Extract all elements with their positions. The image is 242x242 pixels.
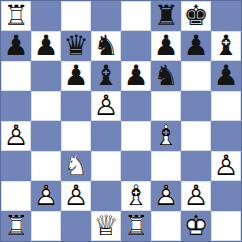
black-pawn[interactable]: ♟ — [211, 61, 241, 91]
black-rook[interactable]: ♜ — [151, 1, 181, 31]
black-pawn[interactable]: ♟ — [1, 31, 31, 61]
square-b8[interactable] — [31, 1, 61, 31]
square-a7[interactable]: ♟ — [1, 31, 31, 61]
square-h5[interactable] — [211, 91, 241, 121]
square-a4[interactable]: ♟♙ — [1, 121, 31, 151]
black-pawn[interactable]: ♟ — [61, 61, 91, 91]
square-f2[interactable]: ♟♙ — [151, 181, 181, 211]
square-d4[interactable] — [91, 121, 121, 151]
square-e8[interactable] — [121, 1, 151, 31]
square-f1[interactable] — [151, 211, 181, 241]
square-c3[interactable]: ♞♘ — [61, 151, 91, 181]
square-b3[interactable] — [31, 151, 61, 181]
square-h2[interactable] — [211, 181, 241, 211]
square-b5[interactable] — [31, 91, 61, 121]
white-king[interactable]: ♚♔ — [181, 211, 211, 241]
square-e2[interactable]: ♝♗ — [121, 181, 151, 211]
square-c2[interactable]: ♟♙ — [61, 181, 91, 211]
square-h7[interactable]: ♝ — [211, 31, 241, 61]
black-pawn[interactable]: ♟ — [151, 31, 181, 61]
square-f3[interactable] — [151, 151, 181, 181]
square-a6[interactable] — [1, 61, 31, 91]
white-rook[interactable]: ♜♖ — [1, 211, 31, 241]
square-c1[interactable] — [61, 211, 91, 241]
square-a1[interactable]: ♜♖ — [1, 211, 31, 241]
square-d3[interactable] — [91, 151, 121, 181]
square-h6[interactable]: ♟ — [211, 61, 241, 91]
square-e4[interactable] — [121, 121, 151, 151]
white-pawn[interactable]: ♟♙ — [211, 151, 241, 181]
square-d8[interactable] — [91, 1, 121, 31]
square-g1[interactable]: ♚♔ — [181, 211, 211, 241]
square-d1[interactable]: ♛♕ — [91, 211, 121, 241]
square-c5[interactable] — [61, 91, 91, 121]
square-d5[interactable]: ♟♙ — [91, 91, 121, 121]
black-knight[interactable]: ♞ — [91, 31, 121, 61]
chess-board: ♜♖♜♚♟♟♛♞♟♟♝♟♝♟♞♟♟♙♟♙♝♗♞♘♟♙♟♙♟♙♝♗♟♙♟♙♜♖♛♕… — [0, 0, 242, 242]
square-a5[interactable] — [1, 91, 31, 121]
square-f4[interactable]: ♝♗ — [151, 121, 181, 151]
white-knight[interactable]: ♞♘ — [61, 151, 91, 181]
black-bishop[interactable]: ♝ — [211, 31, 241, 61]
square-d6[interactable]: ♝ — [91, 61, 121, 91]
square-e1[interactable]: ♜♖ — [121, 211, 151, 241]
square-a2[interactable] — [1, 181, 31, 211]
black-king[interactable]: ♚ — [181, 1, 211, 31]
square-g6[interactable] — [181, 61, 211, 91]
black-bishop[interactable]: ♝ — [91, 61, 121, 91]
square-h8[interactable] — [211, 1, 241, 31]
square-b6[interactable] — [31, 61, 61, 91]
white-rook[interactable]: ♜♖ — [121, 211, 151, 241]
square-e5[interactable] — [121, 91, 151, 121]
square-f5[interactable] — [151, 91, 181, 121]
square-g4[interactable] — [181, 121, 211, 151]
black-pawn[interactable]: ♟ — [31, 31, 61, 61]
square-h1[interactable] — [211, 211, 241, 241]
square-g7[interactable]: ♟ — [181, 31, 211, 61]
black-knight[interactable]: ♞ — [151, 61, 181, 91]
square-c8[interactable] — [61, 1, 91, 31]
white-rook[interactable]: ♜♖ — [1, 1, 31, 31]
square-f8[interactable]: ♜ — [151, 1, 181, 31]
square-h4[interactable] — [211, 121, 241, 151]
square-b7[interactable]: ♟ — [31, 31, 61, 61]
white-queen[interactable]: ♛♕ — [91, 211, 121, 241]
square-g8[interactable]: ♚ — [181, 1, 211, 31]
square-e3[interactable] — [121, 151, 151, 181]
white-bishop[interactable]: ♝♗ — [121, 181, 151, 211]
black-pawn[interactable]: ♟ — [181, 31, 211, 61]
white-pawn[interactable]: ♟♙ — [151, 181, 181, 211]
square-g5[interactable] — [181, 91, 211, 121]
square-f7[interactable]: ♟ — [151, 31, 181, 61]
square-c7[interactable]: ♛ — [61, 31, 91, 61]
white-pawn[interactable]: ♟♙ — [31, 181, 61, 211]
white-pawn[interactable]: ♟♙ — [91, 91, 121, 121]
square-e7[interactable] — [121, 31, 151, 61]
square-d7[interactable]: ♞ — [91, 31, 121, 61]
square-c6[interactable]: ♟ — [61, 61, 91, 91]
white-pawn[interactable]: ♟♙ — [61, 181, 91, 211]
square-c4[interactable] — [61, 121, 91, 151]
square-b4[interactable] — [31, 121, 61, 151]
black-queen[interactable]: ♛ — [61, 31, 91, 61]
square-b1[interactable] — [31, 211, 61, 241]
white-bishop[interactable]: ♝♗ — [151, 121, 181, 151]
square-e6[interactable]: ♟ — [121, 61, 151, 91]
white-pawn[interactable]: ♟♙ — [1, 121, 31, 151]
white-pawn[interactable]: ♟♙ — [181, 181, 211, 211]
square-a8[interactable]: ♜♖ — [1, 1, 31, 31]
square-g2[interactable]: ♟♙ — [181, 181, 211, 211]
square-h3[interactable]: ♟♙ — [211, 151, 241, 181]
square-a3[interactable] — [1, 151, 31, 181]
square-d2[interactable] — [91, 181, 121, 211]
square-b2[interactable]: ♟♙ — [31, 181, 61, 211]
square-f6[interactable]: ♞ — [151, 61, 181, 91]
square-g3[interactable] — [181, 151, 211, 181]
black-pawn[interactable]: ♟ — [121, 61, 151, 91]
